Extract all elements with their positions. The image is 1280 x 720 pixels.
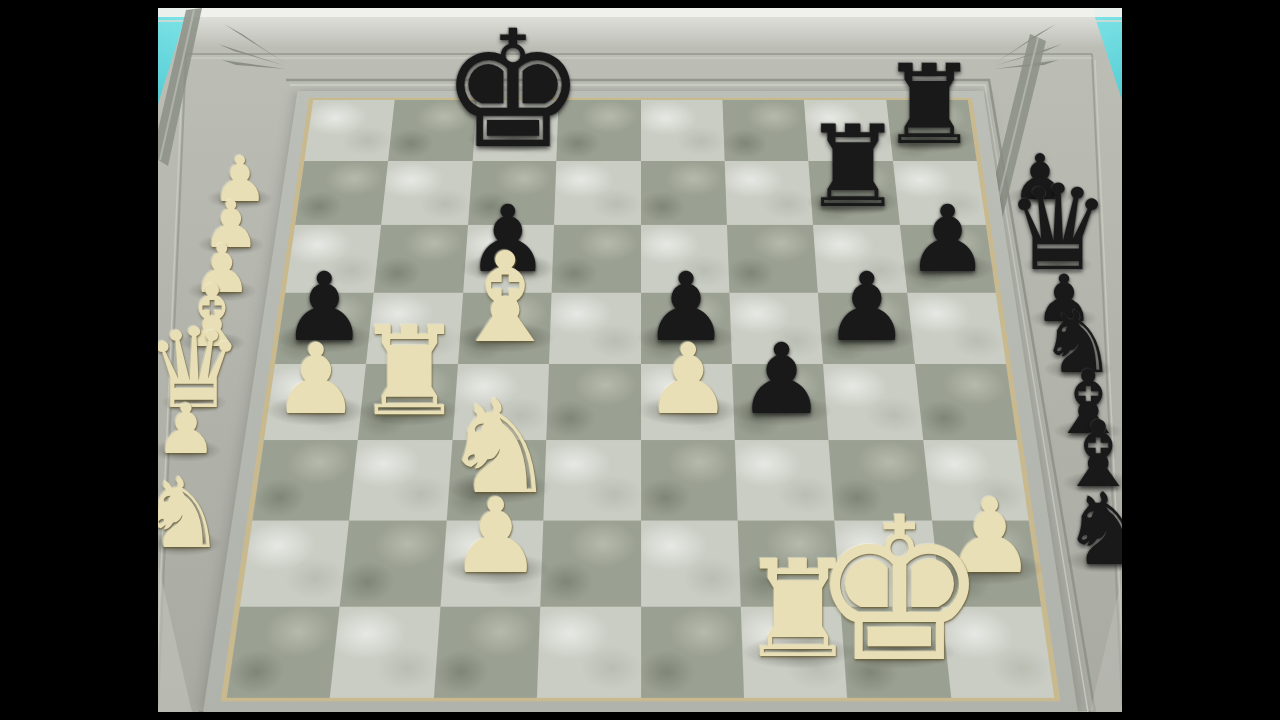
square-a7[interactable] <box>295 161 388 225</box>
square-a1[interactable] <box>227 606 340 697</box>
wing-engraving-left <box>218 24 286 69</box>
square-c1[interactable] <box>434 606 541 697</box>
square-d2[interactable] <box>540 521 640 607</box>
square-g4[interactable] <box>823 364 923 440</box>
square-e2[interactable] <box>641 521 741 607</box>
captured-white-knight: ♞ <box>158 465 231 562</box>
captured-black-knight: ♞ <box>1056 480 1122 580</box>
square-a8[interactable] <box>304 100 395 161</box>
black-king-c8[interactable]: ♚ <box>432 9 594 171</box>
square-h4[interactable] <box>915 364 1017 440</box>
captured-white-pawn: ♟ <box>158 395 221 464</box>
black-rook-g7[interactable]: ♜ <box>796 111 909 224</box>
game-viewport: ♚♜♜♟♟♟♟♟♟♝♜♟♟♞♟♟♜♚♟♟♟♝♛♟♞♟♛♟♞♝♝♞ <box>158 8 1122 712</box>
square-e3[interactable] <box>641 440 738 521</box>
white-pawn-a4[interactable]: ♟ <box>267 331 365 429</box>
square-b1[interactable] <box>330 606 440 697</box>
square-a3[interactable] <box>252 440 358 521</box>
letterbox-stage: ♚♜♜♟♟♟♟♟♟♝♜♟♟♞♟♟♜♚♟♟♟♝♛♟♞♟♛♟♞♝♝♞ <box>0 0 1280 720</box>
black-pawn-g5[interactable]: ♟ <box>819 260 914 355</box>
square-d1[interactable] <box>537 606 640 697</box>
square-f6[interactable] <box>727 225 818 293</box>
white-pawn-e4[interactable]: ♟ <box>640 331 738 429</box>
square-e1[interactable] <box>641 606 744 697</box>
black-pawn-f4[interactable]: ♟ <box>733 331 831 429</box>
white-king-g1[interactable]: ♚ <box>801 492 999 691</box>
square-e7[interactable] <box>641 161 727 225</box>
white-pawn-c2[interactable]: ♟ <box>444 485 548 589</box>
square-b2[interactable] <box>340 521 446 607</box>
black-pawn-h6[interactable]: ♟ <box>901 193 993 285</box>
square-e8[interactable] <box>641 100 725 161</box>
table-edge-highlight <box>158 8 1122 17</box>
square-h5[interactable] <box>907 292 1006 364</box>
square-a2[interactable] <box>240 521 349 607</box>
